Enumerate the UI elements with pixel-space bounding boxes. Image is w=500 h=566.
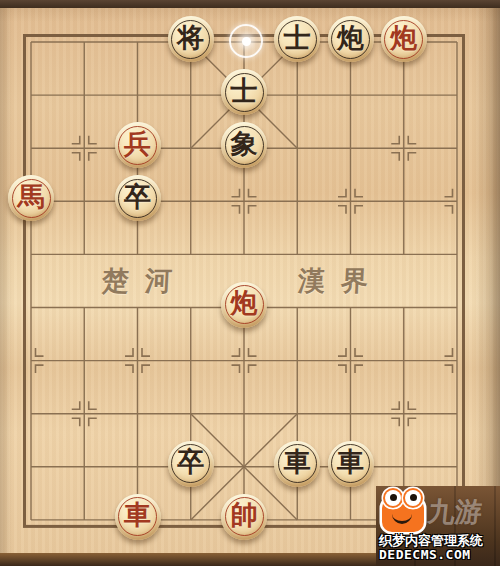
point-marker [72, 136, 80, 144]
point-marker [232, 189, 240, 197]
point-marker [125, 365, 133, 373]
point-marker [89, 418, 97, 426]
point-marker [249, 348, 257, 356]
point-marker [89, 136, 97, 144]
piece-glyph: 帥 [231, 502, 258, 529]
point-marker [408, 418, 416, 426]
point-marker [72, 418, 80, 426]
point-marker [408, 136, 416, 144]
piece-glyph: 車 [337, 449, 364, 476]
mascot-eye-right [405, 490, 421, 506]
point-marker [355, 206, 363, 214]
piece-black-general[interactable]: 将 [168, 16, 214, 62]
point-marker [89, 153, 97, 161]
point-marker [391, 418, 399, 426]
piece-glyph: 炮 [390, 25, 417, 52]
point-marker [338, 348, 346, 356]
point-marker [232, 365, 240, 373]
piece-glyph: 卒 [124, 184, 151, 211]
point-marker [232, 348, 240, 356]
piece-red-soldier[interactable]: 兵 [115, 122, 161, 168]
point-marker [355, 348, 363, 356]
point-marker [249, 365, 257, 373]
watermark: 九游 织梦内容管理系统 DEDECMS.COM [376, 486, 500, 566]
piece-red-general[interactable]: 帥 [221, 494, 267, 540]
point-marker [142, 348, 150, 356]
piece-glyph: 馬 [18, 184, 45, 211]
piece-red-chariot[interactable]: 車 [115, 494, 161, 540]
watermark-line2: DEDECMS.COM [379, 547, 499, 562]
mascot-mouth [392, 510, 412, 524]
point-marker [391, 153, 399, 161]
point-marker [445, 189, 453, 197]
point-marker [355, 189, 363, 197]
point-marker [391, 136, 399, 144]
point-marker [232, 206, 240, 214]
mascot-icon [382, 498, 424, 532]
piece-glyph: 炮 [337, 25, 364, 52]
piece-glyph: 卒 [177, 449, 204, 476]
point-marker [72, 153, 80, 161]
piece-glyph: 兵 [124, 131, 151, 158]
piece-glyph: 士 [231, 78, 258, 105]
piece-glyph: 象 [231, 131, 258, 158]
point-marker [36, 348, 44, 356]
piece-red-cannon[interactable]: 炮 [221, 282, 267, 328]
point-marker [72, 401, 80, 409]
point-marker [89, 401, 97, 409]
point-marker [142, 365, 150, 373]
piece-black-elephant[interactable]: 象 [221, 122, 267, 168]
mascot-eye-left [385, 490, 401, 506]
piece-black-advisor[interactable]: 士 [274, 16, 320, 62]
piece-black-chariot[interactable]: 車 [328, 441, 374, 487]
point-marker [445, 206, 453, 214]
piece-glyph: 車 [284, 449, 311, 476]
piece-glyph: 車 [124, 502, 151, 529]
point-marker [249, 189, 257, 197]
piece-red-cannon[interactable]: 炮 [381, 16, 427, 62]
piece-black-chariot[interactable]: 車 [274, 441, 320, 487]
piece-black-soldier[interactable]: 卒 [168, 441, 214, 487]
point-marker [445, 348, 453, 356]
piece-black-cannon[interactable]: 炮 [328, 16, 374, 62]
piece-glyph: 将 [177, 25, 204, 52]
xiangqi-app: 楚河 漢界 将士炮炮士兵象馬卒炮卒車車車帥 九游 织梦内容管理系统 DEDECM… [0, 0, 500, 566]
point-marker [249, 206, 257, 214]
piece-glyph: 炮 [231, 290, 258, 317]
piece-black-soldier[interactable]: 卒 [115, 175, 161, 221]
piece-red-horse[interactable]: 馬 [8, 175, 54, 221]
piece-glyph: 士 [284, 25, 311, 52]
watermark-brand: 九游 [426, 494, 484, 530]
point-marker [125, 348, 133, 356]
point-marker [408, 401, 416, 409]
point-marker [408, 153, 416, 161]
point-marker [391, 401, 399, 409]
point-marker [338, 365, 346, 373]
piece-black-advisor[interactable]: 士 [221, 69, 267, 115]
point-marker [338, 206, 346, 214]
point-marker [355, 365, 363, 373]
point-marker [36, 365, 44, 373]
point-marker [445, 365, 453, 373]
point-marker [338, 189, 346, 197]
